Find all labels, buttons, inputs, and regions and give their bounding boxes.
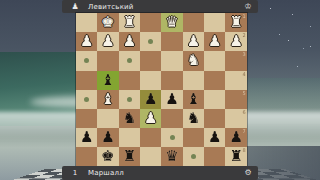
board-square-b1[interactable] [204, 13, 225, 32]
white-pawn-piece[interactable]: ♟ [97, 32, 118, 51]
board-square-d5[interactable]: ♟ [161, 90, 182, 109]
board-square-c6[interactable]: ♞ [183, 109, 204, 128]
board-square-f4[interactable] [119, 71, 140, 90]
board-square-d3[interactable] [161, 51, 182, 70]
board-square-f5[interactable] [119, 90, 140, 109]
white-knight-piece[interactable]: ♞ [183, 51, 204, 70]
board-square-e7[interactable] [140, 128, 161, 147]
move-hint-dot[interactable] [127, 58, 132, 63]
white-rook-piece[interactable]: ♜ [225, 13, 246, 32]
white-pawn-piece[interactable]: ♟ [225, 32, 246, 51]
rank-label: 5 [243, 90, 246, 96]
board-square-a3[interactable]: 3 [225, 51, 246, 70]
chess-board[interactable]: ♚♜♛♜1♟♟♟♟♟♟2♞3♝4♝♟♟♝5♞♟♞6♟♟♟♟7♚♜♛♜8 [76, 13, 247, 167]
black-pawn-piece[interactable]: ♟ [76, 128, 97, 147]
white-pawn-piece[interactable]: ♟ [119, 32, 140, 51]
board-square-c8[interactable] [183, 147, 204, 166]
white-pawn-piece[interactable]: ♟ [204, 32, 225, 51]
board-square-a6[interactable]: 6 [225, 109, 246, 128]
board-square-b5[interactable] [204, 90, 225, 109]
board-square-h4[interactable] [76, 71, 97, 90]
board-square-c7[interactable] [183, 128, 204, 147]
board-square-e2[interactable] [140, 32, 161, 51]
white-pawn-piece[interactable]: ♟ [183, 32, 204, 51]
black-rook-piece[interactable]: ♜ [119, 147, 140, 166]
top-player-name: Левитський [88, 3, 134, 11]
white-pawn-piece[interactable]: ♟ [76, 32, 97, 51]
board-square-h8[interactable] [76, 147, 97, 166]
board-square-d4[interactable] [161, 71, 182, 90]
white-bishop-piece[interactable]: ♝ [97, 90, 118, 109]
black-queen-piece[interactable]: ♛ [161, 147, 182, 166]
black-knight-piece[interactable]: ♞ [119, 109, 140, 128]
screen: { "game": "chess", "app_name_hint": "che… [0, 0, 320, 180]
board-square-d8[interactable]: ♛ [161, 147, 182, 166]
board-square-g5[interactable]: ♝ [97, 90, 118, 109]
board-square-h2[interactable]: ♟ [76, 32, 97, 51]
board-square-e1[interactable] [140, 13, 161, 32]
board-square-g6[interactable] [97, 109, 118, 128]
bottom-player-name: Маршалл [88, 169, 124, 177]
top-player-bar: ♟ Левитський ♔ [62, 0, 258, 13]
board-square-d6[interactable] [161, 109, 182, 128]
board-square-h6[interactable] [76, 109, 97, 128]
stars [270, 8, 271, 9]
move-hint-dot[interactable] [127, 97, 132, 102]
board-square-e8[interactable] [140, 147, 161, 166]
board-square-h1[interactable] [76, 13, 97, 32]
board-square-d2[interactable] [161, 32, 182, 51]
board-square-c3[interactable]: ♞ [183, 51, 204, 70]
board-square-f8[interactable]: ♜ [119, 147, 140, 166]
rank-label: 6 [243, 109, 246, 115]
black-king-piece[interactable]: ♚ [97, 147, 118, 166]
king-piece-icon[interactable]: ♔ [238, 1, 258, 13]
black-pawn-piece[interactable]: ♟ [140, 90, 161, 109]
white-rook-piece[interactable]: ♜ [119, 13, 140, 32]
black-knight-piece[interactable]: ♞ [183, 109, 204, 128]
board-square-c4[interactable] [183, 71, 204, 90]
board-square-b2[interactable]: ♟ [204, 32, 225, 51]
black-pawn-piece[interactable]: ♟ [161, 90, 182, 109]
move-hint-dot[interactable] [191, 154, 196, 159]
move-hint-dot[interactable] [84, 97, 89, 102]
board-square-a4[interactable]: 4 [225, 71, 246, 90]
board-square-f7[interactable] [119, 128, 140, 147]
white-king-piece[interactable]: ♚ [97, 13, 118, 32]
white-queen-piece[interactable]: ♛ [161, 13, 182, 32]
board-square-f3[interactable] [119, 51, 140, 70]
stars-2 [288, 40, 289, 41]
white-pawn-piece[interactable]: ♟ [140, 109, 161, 128]
board-square-h3[interactable] [76, 51, 97, 70]
board-square-f1[interactable]: ♜ [119, 13, 140, 32]
white-pawn-icon: ♟ [62, 1, 88, 13]
black-bishop-piece[interactable]: ♝ [97, 71, 118, 90]
board-square-g8[interactable]: ♚ [97, 147, 118, 166]
board-square-a1[interactable]: ♜1 [225, 13, 246, 32]
move-hint-dot[interactable] [148, 39, 153, 44]
black-pawn-piece[interactable]: ♟ [225, 128, 246, 147]
move-hint-dot[interactable] [170, 135, 175, 140]
board-square-g7[interactable]: ♟ [97, 128, 118, 147]
board-square-f2[interactable]: ♟ [119, 32, 140, 51]
board-square-b3[interactable] [204, 51, 225, 70]
rank-label: 4 [243, 71, 246, 77]
board-square-a7[interactable]: ♟7 [225, 128, 246, 147]
board-square-f6[interactable]: ♞ [119, 109, 140, 128]
board-square-b8[interactable] [204, 147, 225, 166]
board-square-d1[interactable]: ♛ [161, 13, 182, 32]
settings-icon[interactable]: ⚙ [238, 167, 258, 179]
board-square-c5[interactable]: ♝ [183, 90, 204, 109]
rank-label: 3 [243, 51, 246, 57]
board-square-c2[interactable]: ♟ [183, 32, 204, 51]
board-square-b7[interactable]: ♟ [204, 128, 225, 147]
board-square-g3[interactable] [97, 51, 118, 70]
board-square-b6[interactable] [204, 109, 225, 128]
black-rook-piece[interactable]: ♜ [225, 147, 246, 166]
board-square-a2[interactable]: ♟2 [225, 32, 246, 51]
board-square-e4[interactable] [140, 71, 161, 90]
player-level-badge: 1 [62, 167, 88, 179]
board-square-h7[interactable]: ♟ [76, 128, 97, 147]
board-square-b4[interactable] [204, 71, 225, 90]
board-square-e5[interactable]: ♟ [140, 90, 161, 109]
bottom-player-bar: 1 Маршалл ⚙ [62, 166, 258, 180]
move-hint-dot[interactable] [84, 58, 89, 63]
board-square-g1[interactable]: ♚ [97, 13, 118, 32]
board-square-e3[interactable] [140, 51, 161, 70]
black-bishop-piece[interactable]: ♝ [183, 90, 204, 109]
board-square-a5[interactable]: 5 [225, 90, 246, 109]
black-pawn-piece[interactable]: ♟ [97, 128, 118, 147]
board-square-a8[interactable]: ♜8 [225, 147, 246, 166]
board-square-d7[interactable] [161, 128, 182, 147]
board-square-h5[interactable] [76, 90, 97, 109]
black-pawn-piece[interactable]: ♟ [204, 128, 225, 147]
board-square-g2[interactable]: ♟ [97, 32, 118, 51]
board-square-c1[interactable] [183, 13, 204, 32]
board-square-g4[interactable]: ♝ [97, 71, 118, 90]
board-square-e6[interactable]: ♟ [140, 109, 161, 128]
